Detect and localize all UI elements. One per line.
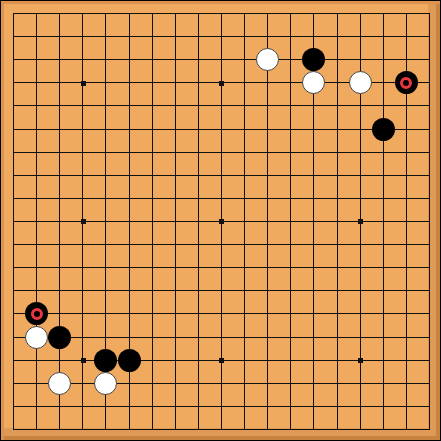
stone-black[interactable]: [118, 349, 141, 372]
stone-white[interactable]: [302, 71, 325, 94]
stone-black[interactable]: [25, 302, 48, 325]
star-point: [219, 219, 224, 224]
stone-white[interactable]: [349, 71, 372, 94]
star-point: [219, 81, 224, 86]
stone-black[interactable]: [48, 326, 71, 349]
circle-marker: [31, 308, 43, 320]
star-point: [219, 358, 224, 363]
star-point: [81, 219, 86, 224]
stone-white[interactable]: [94, 372, 117, 395]
stone-black[interactable]: [94, 349, 117, 372]
board-grid[interactable]: [13, 13, 430, 430]
circle-marker: [400, 77, 412, 89]
star-point: [81, 358, 86, 363]
stone-black[interactable]: [302, 48, 325, 71]
star-point: [358, 358, 363, 363]
stone-white[interactable]: [256, 48, 279, 71]
stone-black[interactable]: [395, 71, 418, 94]
stone-black[interactable]: [372, 118, 395, 141]
star-point: [358, 219, 363, 224]
star-point: [81, 81, 86, 86]
stone-white[interactable]: [48, 372, 71, 395]
go-board: [0, 0, 441, 441]
stone-white[interactable]: [25, 326, 48, 349]
